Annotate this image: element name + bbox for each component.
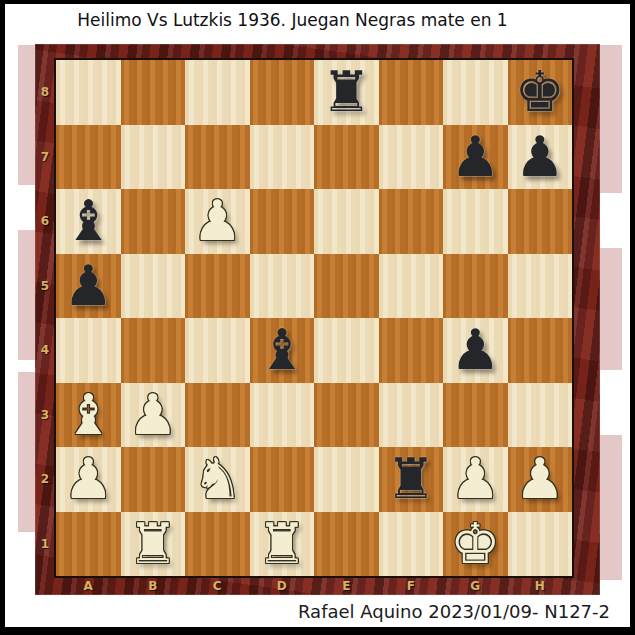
square-f2[interactable]: ♜	[379, 447, 444, 512]
file-label-H: H	[535, 579, 545, 593]
square-f6[interactable]	[379, 189, 444, 254]
square-h4[interactable]	[508, 318, 573, 383]
square-g6[interactable]	[443, 189, 508, 254]
square-d6[interactable]	[250, 189, 315, 254]
white-pawn[interactable]: ♟	[121, 383, 186, 448]
square-g8[interactable]	[443, 60, 508, 125]
file-label-A: A	[84, 579, 93, 593]
rank-label-5: 5	[41, 279, 49, 293]
square-a1[interactable]	[56, 512, 121, 577]
black-pawn[interactable]: ♟	[508, 125, 573, 190]
square-d2[interactable]	[250, 447, 315, 512]
square-g3[interactable]	[443, 383, 508, 448]
square-d7[interactable]	[250, 125, 315, 190]
rank-label-6: 6	[41, 214, 49, 228]
file-label-D: D	[277, 579, 287, 593]
square-f7[interactable]	[379, 125, 444, 190]
square-d3[interactable]	[250, 383, 315, 448]
square-a8[interactable]	[56, 60, 121, 125]
file-label-C: C	[213, 579, 222, 593]
file-label-E: E	[342, 579, 350, 593]
square-h2[interactable]: ♟	[508, 447, 573, 512]
square-f8[interactable]	[379, 60, 444, 125]
square-b1[interactable]: ♜	[121, 512, 186, 577]
white-king[interactable]: ♚	[443, 512, 508, 577]
square-f5[interactable]	[379, 254, 444, 319]
white-pawn[interactable]: ♟	[185, 189, 250, 254]
chess-board-frame: ♜♚♟♟♝♟♟♝♟♝♟♟♞♜♟♟♜♜♚ 87654321ABCDEFGH	[35, 44, 600, 595]
black-king[interactable]: ♚	[508, 60, 573, 125]
decor-stripe-right-1	[600, 45, 622, 193]
square-c2[interactable]: ♞	[185, 447, 250, 512]
chess-board: ♜♚♟♟♝♟♟♝♟♝♟♟♞♜♟♟♜♜♚	[54, 58, 574, 578]
square-a6[interactable]: ♝	[56, 189, 121, 254]
square-d5[interactable]	[250, 254, 315, 319]
black-bishop[interactable]: ♝	[56, 189, 121, 254]
square-b5[interactable]	[121, 254, 186, 319]
square-e3[interactable]	[314, 383, 379, 448]
rank-label-7: 7	[41, 150, 49, 164]
rank-label-3: 3	[41, 408, 49, 422]
square-c1[interactable]	[185, 512, 250, 577]
square-e5[interactable]	[314, 254, 379, 319]
square-c3[interactable]	[185, 383, 250, 448]
square-g7[interactable]: ♟	[443, 125, 508, 190]
black-pawn[interactable]: ♟	[443, 318, 508, 383]
file-label-G: G	[470, 579, 480, 593]
square-h5[interactable]	[508, 254, 573, 319]
square-h3[interactable]	[508, 383, 573, 448]
square-a2[interactable]: ♟	[56, 447, 121, 512]
black-rook[interactable]: ♜	[314, 60, 379, 125]
square-h7[interactable]: ♟	[508, 125, 573, 190]
square-g2[interactable]: ♟	[443, 447, 508, 512]
square-b6[interactable]	[121, 189, 186, 254]
square-e2[interactable]	[314, 447, 379, 512]
square-f3[interactable]	[379, 383, 444, 448]
white-pawn[interactable]: ♟	[56, 447, 121, 512]
square-e6[interactable]	[314, 189, 379, 254]
rank-label-8: 8	[41, 85, 49, 99]
white-pawn[interactable]: ♟	[508, 447, 573, 512]
square-d8[interactable]	[250, 60, 315, 125]
square-d4[interactable]: ♝	[250, 318, 315, 383]
square-a5[interactable]: ♟	[56, 254, 121, 319]
square-a3[interactable]: ♝	[56, 383, 121, 448]
rank-label-2: 2	[41, 472, 49, 486]
square-g4[interactable]: ♟	[443, 318, 508, 383]
square-c5[interactable]	[185, 254, 250, 319]
square-d1[interactable]: ♜	[250, 512, 315, 577]
square-e8[interactable]: ♜	[314, 60, 379, 125]
square-b7[interactable]	[121, 125, 186, 190]
square-g1[interactable]: ♚	[443, 512, 508, 577]
black-pawn[interactable]: ♟	[56, 254, 121, 319]
rank-label-4: 4	[41, 343, 49, 357]
square-b8[interactable]	[121, 60, 186, 125]
decor-stripe-right-3	[600, 435, 622, 580]
square-g5[interactable]	[443, 254, 508, 319]
rank-label-1: 1	[41, 537, 49, 551]
square-c7[interactable]	[185, 125, 250, 190]
square-f1[interactable]	[379, 512, 444, 577]
file-label-B: B	[148, 579, 157, 593]
black-pawn[interactable]: ♟	[443, 125, 508, 190]
white-knight[interactable]: ♞	[185, 447, 250, 512]
square-b2[interactable]	[121, 447, 186, 512]
square-e1[interactable]	[314, 512, 379, 577]
puzzle-title: Heilimo Vs Lutzkis 1936. Juegan Negras m…	[5, 10, 580, 30]
square-h1[interactable]	[508, 512, 573, 577]
white-bishop[interactable]: ♝	[56, 383, 121, 448]
black-bishop[interactable]: ♝	[250, 318, 315, 383]
decor-stripe-right-2	[600, 248, 622, 370]
white-pawn[interactable]: ♟	[443, 447, 508, 512]
chess-puzzle-card: Heilimo Vs Lutzkis 1936. Juegan Negras m…	[0, 0, 635, 635]
square-e4[interactable]	[314, 318, 379, 383]
square-c4[interactable]	[185, 318, 250, 383]
white-rook[interactable]: ♜	[121, 512, 186, 577]
black-rook[interactable]: ♜	[379, 447, 444, 512]
square-h8[interactable]: ♚	[508, 60, 573, 125]
square-a7[interactable]	[56, 125, 121, 190]
white-rook[interactable]: ♜	[250, 512, 315, 577]
square-b3[interactable]: ♟	[121, 383, 186, 448]
file-label-F: F	[407, 579, 415, 593]
author-caption: Rafael Aquino 2023/01/09- N127-2	[298, 601, 610, 622]
square-c6[interactable]: ♟	[185, 189, 250, 254]
square-e7[interactable]	[314, 125, 379, 190]
square-b4[interactable]	[121, 318, 186, 383]
square-c8[interactable]	[185, 60, 250, 125]
square-a4[interactable]	[56, 318, 121, 383]
square-f4[interactable]	[379, 318, 444, 383]
square-h6[interactable]	[508, 189, 573, 254]
